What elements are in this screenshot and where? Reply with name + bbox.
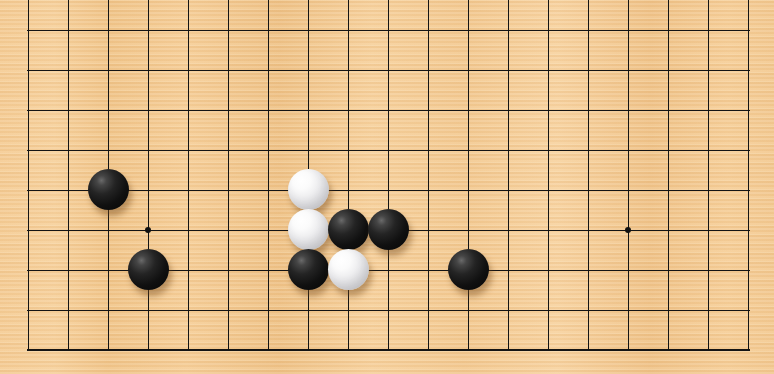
grid-line-horizontal bbox=[27, 349, 750, 351]
stone-white-j3[interactable] bbox=[328, 249, 369, 290]
grid-line-vertical bbox=[748, 0, 749, 351]
grid-line-vertical bbox=[68, 0, 69, 351]
stone-black-h3[interactable] bbox=[288, 249, 329, 290]
grid-line-horizontal bbox=[27, 150, 750, 151]
stone-black-c5[interactable] bbox=[88, 169, 129, 210]
grid-line-vertical bbox=[428, 0, 429, 351]
stone-black-k4[interactable] bbox=[368, 209, 409, 250]
grid-line-vertical bbox=[468, 0, 469, 351]
stone-white-h4[interactable] bbox=[288, 209, 329, 250]
stone-black-m3[interactable] bbox=[448, 249, 489, 290]
grid-line-vertical bbox=[348, 0, 349, 351]
grid-line-vertical bbox=[148, 0, 149, 351]
grid-line-vertical bbox=[388, 0, 389, 351]
grid-line-horizontal bbox=[27, 110, 750, 111]
grid-line-horizontal bbox=[27, 30, 750, 31]
grid-line-vertical bbox=[548, 0, 549, 351]
grid-line-vertical bbox=[28, 0, 29, 351]
grid-line-vertical bbox=[228, 0, 229, 351]
grid-line-vertical bbox=[708, 0, 709, 351]
grid-line-vertical bbox=[268, 0, 269, 351]
star-point-d4 bbox=[145, 227, 151, 233]
grid-line-vertical bbox=[508, 0, 509, 351]
grid-line-horizontal bbox=[27, 70, 750, 71]
grid-line-vertical bbox=[628, 0, 629, 351]
grid-line-vertical bbox=[588, 0, 589, 351]
stone-white-h5[interactable] bbox=[288, 169, 329, 210]
grid-line-horizontal bbox=[27, 190, 750, 191]
go-board[interactable] bbox=[0, 0, 774, 374]
star-point-q4 bbox=[625, 227, 631, 233]
grid-line-horizontal bbox=[27, 310, 750, 311]
stone-black-d3[interactable] bbox=[128, 249, 169, 290]
stone-black-j4[interactable] bbox=[328, 209, 369, 250]
grid-line-vertical bbox=[668, 0, 669, 351]
grid-line-vertical bbox=[188, 0, 189, 351]
